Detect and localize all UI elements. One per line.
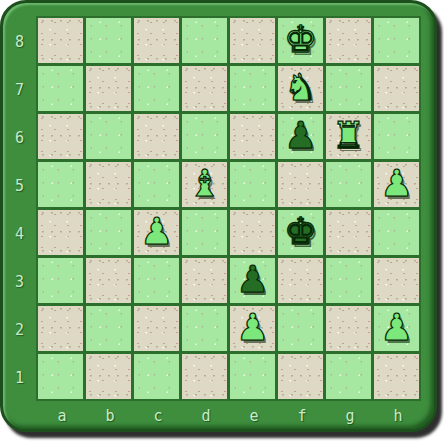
square-h1[interactable] (374, 354, 419, 399)
board-frame: 87654321 abcdefgh ♚♞♟♜♝♟♟♚♟♟♟ (0, 0, 437, 432)
square-g7[interactable] (326, 66, 371, 111)
piece-white-pawn[interactable]: ♟ (236, 309, 269, 346)
piece-white-pawn[interactable]: ♟ (140, 213, 173, 250)
square-g4[interactable] (326, 210, 371, 255)
square-b3[interactable] (86, 258, 131, 303)
square-h6[interactable] (374, 114, 419, 159)
square-g1[interactable] (326, 354, 371, 399)
square-a1[interactable] (38, 354, 83, 399)
square-b8[interactable] (86, 18, 131, 63)
square-f2[interactable] (278, 306, 323, 351)
file-label-f: f (278, 402, 326, 430)
file-label-c: c (134, 402, 182, 430)
square-h3[interactable] (374, 258, 419, 303)
square-d1[interactable] (182, 354, 227, 399)
square-e3[interactable]: ♟ (230, 258, 275, 303)
square-c6[interactable] (134, 114, 179, 159)
square-b2[interactable] (86, 306, 131, 351)
piece-black-pawn[interactable]: ♟ (236, 261, 269, 298)
square-h8[interactable] (374, 18, 419, 63)
square-c8[interactable] (134, 18, 179, 63)
file-label-e: e (230, 402, 278, 430)
square-d3[interactable] (182, 258, 227, 303)
square-f3[interactable] (278, 258, 323, 303)
chess-board: ♚♞♟♜♝♟♟♚♟♟♟ (36, 16, 421, 401)
piece-black-king[interactable]: ♚ (284, 213, 317, 250)
piece-white-pawn[interactable]: ♟ (380, 165, 413, 202)
square-c5[interactable] (134, 162, 179, 207)
rank-label-1: 1 (3, 354, 36, 402)
square-e2[interactable]: ♟ (230, 306, 275, 351)
square-g5[interactable] (326, 162, 371, 207)
rank-label-4: 4 (3, 210, 36, 258)
square-g2[interactable] (326, 306, 371, 351)
rank-labels: 87654321 (3, 18, 36, 402)
rank-label-6: 6 (3, 114, 36, 162)
piece-white-king[interactable]: ♚ (284, 21, 317, 58)
square-c4[interactable]: ♟ (134, 210, 179, 255)
square-d2[interactable] (182, 306, 227, 351)
square-b4[interactable] (86, 210, 131, 255)
square-a4[interactable] (38, 210, 83, 255)
square-h2[interactable]: ♟ (374, 306, 419, 351)
square-e7[interactable] (230, 66, 275, 111)
square-d6[interactable] (182, 114, 227, 159)
file-label-b: b (86, 402, 134, 430)
square-d8[interactable] (182, 18, 227, 63)
rank-label-8: 8 (3, 18, 36, 66)
rank-label-7: 7 (3, 66, 36, 114)
square-b6[interactable] (86, 114, 131, 159)
file-label-g: g (326, 402, 374, 430)
square-f5[interactable] (278, 162, 323, 207)
square-e4[interactable] (230, 210, 275, 255)
file-labels: abcdefgh (38, 402, 422, 430)
rank-label-5: 5 (3, 162, 36, 210)
square-a3[interactable] (38, 258, 83, 303)
square-g3[interactable] (326, 258, 371, 303)
square-b5[interactable] (86, 162, 131, 207)
square-a5[interactable] (38, 162, 83, 207)
square-d4[interactable] (182, 210, 227, 255)
square-h7[interactable] (374, 66, 419, 111)
square-a8[interactable] (38, 18, 83, 63)
square-a7[interactable] (38, 66, 83, 111)
square-c3[interactable] (134, 258, 179, 303)
square-b7[interactable] (86, 66, 131, 111)
piece-white-pawn[interactable]: ♟ (380, 309, 413, 346)
piece-black-pawn[interactable]: ♟ (284, 117, 317, 154)
square-b1[interactable] (86, 354, 131, 399)
square-e6[interactable] (230, 114, 275, 159)
square-d7[interactable] (182, 66, 227, 111)
piece-white-rook[interactable]: ♜ (332, 117, 365, 154)
square-f4[interactable]: ♚ (278, 210, 323, 255)
square-c1[interactable] (134, 354, 179, 399)
square-f8[interactable]: ♚ (278, 18, 323, 63)
square-e1[interactable] (230, 354, 275, 399)
square-a6[interactable] (38, 114, 83, 159)
rank-label-2: 2 (3, 306, 36, 354)
square-g6[interactable]: ♜ (326, 114, 371, 159)
square-f1[interactable] (278, 354, 323, 399)
square-d5[interactable]: ♝ (182, 162, 227, 207)
square-c2[interactable] (134, 306, 179, 351)
piece-white-knight[interactable]: ♞ (284, 69, 317, 106)
square-h5[interactable]: ♟ (374, 162, 419, 207)
square-c7[interactable] (134, 66, 179, 111)
rank-label-3: 3 (3, 258, 36, 306)
square-f7[interactable]: ♞ (278, 66, 323, 111)
piece-white-bishop[interactable]: ♝ (188, 165, 221, 202)
square-g8[interactable] (326, 18, 371, 63)
file-label-a: a (38, 402, 86, 430)
square-e8[interactable] (230, 18, 275, 63)
file-label-d: d (182, 402, 230, 430)
square-f6[interactable]: ♟ (278, 114, 323, 159)
square-h4[interactable] (374, 210, 419, 255)
square-a2[interactable] (38, 306, 83, 351)
file-label-h: h (374, 402, 422, 430)
square-e5[interactable] (230, 162, 275, 207)
